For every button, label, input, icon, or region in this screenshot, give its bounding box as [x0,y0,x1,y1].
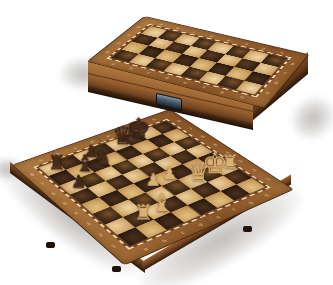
light-pawn[interactable]: ♟ [145,172,161,189]
coord-label: 8 [29,173,35,177]
coord-label: a [159,23,165,26]
coord-label: 6 [200,135,206,138]
coord-label: 6 [51,191,58,195]
coord-label: 1 [265,177,272,181]
coord-label: b [175,27,181,30]
coord-label: 6 [115,42,121,45]
coord-label: 5 [105,50,111,53]
chess-set-photo-scene: abcdefgh abcdefgh 87654321 87654321 ♜♟♛♚… [0,0,333,285]
light-queen[interactable]: ♛ [187,158,211,184]
dark-pawn[interactable]: ♟ [71,173,87,190]
coord-label: 7 [282,72,288,76]
square-h1[interactable] [236,178,265,194]
square-a8[interactable]: ♜ [39,161,66,176]
coord-label: b [160,238,167,243]
coord-label: e [183,81,189,85]
coord-label: c [72,146,78,149]
shadow [283,88,333,148]
light-bishop[interactable]: ♝ [150,191,172,216]
coord-label: 6 [273,81,279,85]
coord-label: h [279,51,285,54]
light-pawn[interactable]: ♟ [162,165,177,182]
coord-label: g [261,47,267,50]
coord-label: d [164,76,170,80]
coord-label: b [128,66,134,70]
coord-label: 4 [73,211,80,215]
board-foot [243,226,252,232]
coord-label: h [239,95,245,99]
coord-label: h [151,118,157,121]
coord-label: 5 [62,201,69,205]
coord-label: 7 [126,34,132,37]
coord-label: c [179,230,186,234]
coord-label: 7 [40,182,46,186]
coord-label: f [231,208,237,212]
board-foot [112,266,121,272]
square-a6[interactable]: ♟ [59,179,87,195]
coord-label: a [37,158,43,162]
coord-label: g [247,200,254,204]
coord-label: c [192,30,197,33]
dark-rook[interactable]: ♜ [48,153,66,173]
coord-label: g [219,90,225,94]
coord-label: 8 [176,120,182,123]
board-foot [46,242,55,248]
coord-label: e [227,38,233,41]
coord-label: e [105,134,111,137]
coord-label: 8 [136,26,142,29]
coord-label: 2 [97,233,104,238]
coord-label: c [146,71,152,75]
square-d1[interactable] [170,205,200,222]
light-rook[interactable]: ♜ [134,201,153,223]
coord-label: 3 [85,222,92,227]
dark-queen[interactable]: ♛ [112,123,134,148]
coord-label: d [209,34,215,37]
coord-label: e [214,215,221,219]
coord-label: 7 [188,127,194,130]
coord-label: d [196,222,203,227]
coord-label: f [244,43,248,46]
coord-label: a [142,246,149,251]
coord-label: 1 [110,244,117,249]
coord-label: 5 [265,91,271,95]
coord-label: 8 [290,62,296,66]
coord-label: 2 [251,168,258,172]
coord-label: f [202,85,207,88]
coord-label: h [263,193,270,197]
square-h6[interactable] [174,136,201,150]
coord-label: a [111,62,117,65]
